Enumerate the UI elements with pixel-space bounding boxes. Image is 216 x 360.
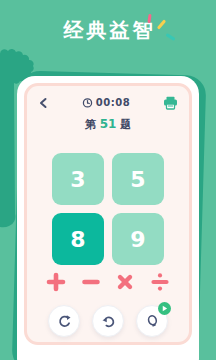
hint-button[interactable] bbox=[136, 305, 168, 337]
divide-operator-icon[interactable] bbox=[150, 272, 170, 292]
minus-operator-icon[interactable] bbox=[81, 272, 101, 292]
page-title: 经典益智 bbox=[0, 17, 216, 44]
timer: 00:08 bbox=[82, 97, 130, 108]
toolbar bbox=[27, 305, 189, 337]
undo-button[interactable] bbox=[92, 305, 124, 337]
printer-icon[interactable] bbox=[163, 96, 178, 110]
timer-value: 00:08 bbox=[96, 97, 130, 108]
puzzle-panel: 00:08 第51题 3 5 8 9 bbox=[24, 83, 192, 345]
undo-icon bbox=[101, 314, 116, 329]
restart-button[interactable] bbox=[48, 305, 80, 337]
clock-icon bbox=[82, 97, 93, 108]
restart-icon bbox=[57, 314, 72, 329]
puzzle-card: 00:08 第51题 3 5 8 9 bbox=[17, 76, 199, 360]
number-tile[interactable]: 5 bbox=[112, 153, 164, 205]
question-prefix: 第 bbox=[85, 118, 96, 131]
back-chevron-icon[interactable] bbox=[38, 97, 49, 109]
number-tile[interactable]: 8 bbox=[52, 213, 104, 265]
multiply-operator-icon[interactable] bbox=[115, 272, 135, 292]
question-number: 51 bbox=[100, 117, 117, 131]
number-board: 3 5 8 9 bbox=[52, 153, 164, 265]
number-tile[interactable]: 9 bbox=[112, 213, 164, 265]
number-tile[interactable]: 3 bbox=[52, 153, 104, 205]
plus-operator-icon[interactable] bbox=[46, 272, 66, 292]
hint-bulb-icon bbox=[145, 313, 160, 329]
question-suffix: 题 bbox=[120, 118, 131, 131]
app-screen: 经典益智 00:08 bbox=[0, 0, 216, 360]
card-header: 00:08 bbox=[27, 95, 189, 110]
question-label: 第51题 bbox=[27, 117, 189, 131]
operator-row bbox=[27, 270, 189, 294]
play-badge-icon[interactable] bbox=[158, 302, 171, 315]
